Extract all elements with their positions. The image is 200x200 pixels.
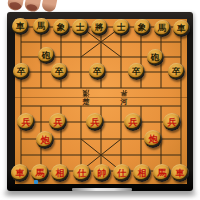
piece-character: 車 [16, 168, 25, 177]
piece-character: 帥 [98, 168, 107, 177]
watermark-dot [34, 180, 38, 184]
piece-character: 馬 [37, 21, 46, 30]
piece-character: 象 [57, 22, 66, 31]
piece-red-soldier[interactable]: 兵 [163, 113, 181, 131]
piece-red-cannon[interactable]: 炮 [36, 131, 54, 149]
board-fold-seam [15, 97, 187, 98]
piece-character: 砲 [42, 50, 51, 59]
piece-red-soldier[interactable]: 兵 [86, 113, 104, 131]
river-label-chu: 楚 [80, 98, 92, 107]
piece-character: 士 [117, 22, 126, 31]
piece-black-general[interactable]: 將 [91, 19, 108, 36]
piece-red-advisor[interactable]: 仕 [73, 164, 91, 182]
piece-red-chariot[interactable]: 車 [11, 164, 29, 182]
piece-character: 將 [95, 22, 104, 31]
piece-character: 馬 [158, 168, 167, 177]
piece-black-soldier[interactable]: 卒 [168, 63, 185, 80]
piece-red-elephant[interactable]: 相 [133, 164, 151, 182]
piece-red-advisor[interactable]: 仕 [113, 164, 131, 182]
piece-character: 車 [16, 21, 25, 30]
piece-character: 象 [138, 22, 147, 31]
piece-character: 兵 [54, 117, 63, 126]
piece-black-soldier[interactable]: 卒 [89, 63, 106, 80]
piece-red-soldier[interactable]: 兵 [17, 113, 35, 131]
piece-character: 卒 [55, 66, 64, 75]
piece-black-horse[interactable]: 馬 [154, 20, 171, 37]
piece-black-soldier[interactable]: 卒 [13, 63, 30, 80]
fold-latch [72, 188, 132, 191]
piece-red-horse[interactable]: 馬 [153, 164, 171, 182]
piece-character: 兵 [22, 117, 31, 126]
piece-character: 仕 [118, 168, 127, 177]
piece-red-soldier[interactable]: 兵 [49, 113, 67, 131]
piece-black-soldier[interactable]: 卒 [128, 63, 145, 80]
piece-character: 馬 [158, 23, 167, 32]
river-label-jie: 界 [118, 88, 130, 97]
piece-character: 士 [76, 22, 85, 31]
piece-black-advisor[interactable]: 士 [113, 19, 130, 36]
piece-black-horse[interactable]: 馬 [33, 18, 50, 35]
piece-character: 仕 [78, 168, 87, 177]
piece-black-elephant[interactable]: 象 [134, 19, 151, 36]
piece-red-elephant[interactable]: 相 [51, 164, 69, 182]
piece-character: 車 [177, 23, 186, 32]
piece-character: 兵 [129, 117, 138, 126]
finger [41, 0, 58, 13]
piece-character: 相 [56, 168, 65, 177]
piece-character: 卒 [172, 66, 181, 75]
river-label-han: 漢 [80, 88, 92, 97]
piece-character: 卒 [93, 66, 102, 75]
piece-character: 車 [176, 168, 185, 177]
piece-black-soldier[interactable]: 卒 [51, 63, 68, 80]
piece-character: 卒 [132, 66, 141, 75]
piece-character: 相 [138, 168, 147, 177]
piece-character: 卒 [17, 66, 26, 75]
piece-black-chariot[interactable]: 車 [12, 18, 29, 35]
river-label-he: 河 [118, 98, 130, 107]
piece-character: 炮 [149, 134, 158, 143]
piece-black-chariot[interactable]: 車 [173, 20, 190, 37]
piece-character: 兵 [91, 117, 100, 126]
product-photo: 漢 界 楚 河 車馬象士將士象馬車砲砲卒卒卒卒卒兵兵兵兵兵炮炮車馬相仕帥仕相馬車 [0, 0, 200, 200]
piece-red-cannon[interactable]: 炮 [144, 130, 162, 148]
piece-character: 炮 [41, 135, 50, 144]
piece-character: 兵 [168, 117, 177, 126]
piece-character: 馬 [36, 168, 45, 177]
piece-black-cannon[interactable]: 砲 [147, 49, 164, 66]
piece-black-advisor[interactable]: 士 [72, 19, 89, 36]
piece-character: 砲 [151, 52, 160, 61]
piece-red-marshal[interactable]: 帥 [93, 164, 111, 182]
piece-red-chariot[interactable]: 車 [171, 164, 189, 182]
piece-red-soldier[interactable]: 兵 [124, 113, 142, 131]
piece-black-cannon[interactable]: 砲 [38, 47, 55, 64]
